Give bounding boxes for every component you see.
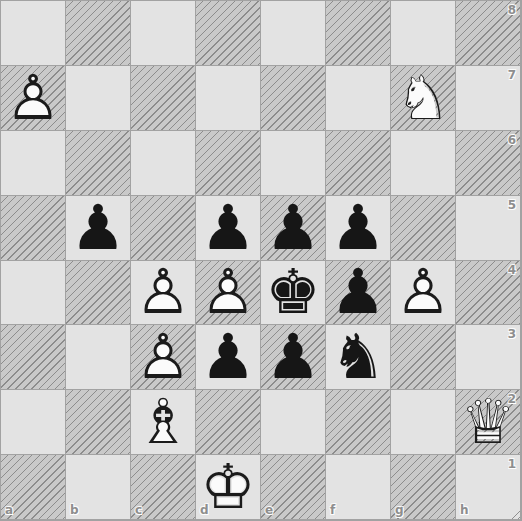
square-d2[interactable] — [196, 390, 261, 455]
square-h8[interactable]: 8 — [456, 1, 521, 66]
square-g5[interactable] — [391, 196, 456, 261]
square-e3[interactable]: ♟ — [261, 325, 326, 390]
square-a1[interactable]: a — [1, 455, 66, 520]
black-pawn-piece[interactable]: ♟ — [326, 196, 390, 260]
white-pawn-piece[interactable]: ♟♙ — [131, 325, 195, 389]
square-d4[interactable]: ♟♙ — [196, 261, 261, 326]
square-f3[interactable]: ♞ — [326, 325, 391, 390]
rank-label-7: 7 — [508, 69, 516, 81]
rank-label-6: 6 — [508, 134, 516, 146]
piece-outline: ♙ — [391, 261, 455, 325]
black-pawn-piece[interactable]: ♟ — [66, 196, 130, 260]
square-c6[interactable] — [131, 131, 196, 196]
square-b6[interactable] — [66, 131, 131, 196]
chess-diagram: 8♟♙♞♘76♟♟♟♟5♟♙♟♙♚♟♟♙4♟♙♟♟♞3♝♗♛♕2abc♚♔def… — [0, 0, 522, 521]
square-h7[interactable]: 7 — [456, 66, 521, 131]
file-label-c: c — [135, 504, 142, 516]
square-e2[interactable] — [261, 390, 326, 455]
black-pawn-piece[interactable]: ♟ — [196, 325, 260, 389]
chess-board: 8♟♙♞♘76♟♟♟♟5♟♙♟♙♚♟♟♙4♟♙♟♟♞3♝♗♛♕2abc♚♔def… — [0, 0, 522, 521]
square-h6[interactable]: 6 — [456, 131, 521, 196]
black-pawn-piece[interactable]: ♟ — [326, 261, 390, 325]
file-label-h: h — [460, 504, 469, 516]
square-a2[interactable] — [1, 390, 66, 455]
rank-label-8: 8 — [508, 4, 516, 16]
square-b3[interactable] — [66, 325, 131, 390]
piece-outline: ♙ — [131, 261, 195, 325]
square-b8[interactable] — [66, 1, 131, 66]
square-d1[interactable]: ♚♔d — [196, 455, 261, 520]
square-c5[interactable] — [131, 196, 196, 261]
white-pawn-piece[interactable]: ♟♙ — [196, 261, 260, 325]
square-b1[interactable]: b — [66, 455, 131, 520]
square-g6[interactable] — [391, 131, 456, 196]
square-d7[interactable] — [196, 66, 261, 131]
square-g1[interactable]: g — [391, 455, 456, 520]
square-a8[interactable] — [1, 1, 66, 66]
square-h3[interactable]: 3 — [456, 325, 521, 390]
square-h2[interactable]: ♛♕2 — [456, 390, 521, 455]
square-c1[interactable]: c — [131, 455, 196, 520]
square-b4[interactable] — [66, 261, 131, 326]
file-label-e: e — [265, 504, 273, 516]
square-f2[interactable] — [326, 390, 391, 455]
rank-label-5: 5 — [508, 199, 516, 211]
square-e4[interactable]: ♚ — [261, 261, 326, 326]
black-pawn-piece[interactable]: ♟ — [196, 196, 260, 260]
white-bishop-piece[interactable]: ♝♗ — [131, 390, 195, 454]
rank-label-3: 3 — [508, 328, 516, 340]
piece-outline: ♗ — [131, 390, 195, 454]
square-e7[interactable] — [261, 66, 326, 131]
square-f1[interactable]: f — [326, 455, 391, 520]
square-f4[interactable]: ♟ — [326, 261, 391, 326]
file-label-b: b — [70, 504, 79, 516]
square-a4[interactable] — [1, 261, 66, 326]
black-king-piece[interactable]: ♚ — [261, 261, 325, 325]
square-h1[interactable]: h1 — [456, 455, 521, 520]
file-label-f: f — [330, 504, 335, 516]
square-b2[interactable] — [66, 390, 131, 455]
square-d6[interactable] — [196, 131, 261, 196]
square-e1[interactable]: e — [261, 455, 326, 520]
square-f8[interactable] — [326, 1, 391, 66]
white-knight-piece[interactable]: ♞♘ — [391, 66, 455, 130]
square-h4[interactable]: 4 — [456, 261, 521, 326]
black-pawn-piece[interactable]: ♟ — [261, 196, 325, 260]
piece-outline: ♔ — [196, 455, 260, 519]
white-pawn-piece[interactable]: ♟♙ — [1, 66, 65, 130]
piece-outline: ♕ — [456, 390, 520, 454]
square-f7[interactable] — [326, 66, 391, 131]
white-pawn-piece[interactable]: ♟♙ — [131, 261, 195, 325]
square-e6[interactable] — [261, 131, 326, 196]
piece-outline: ♘ — [391, 66, 455, 130]
file-label-a: a — [5, 504, 13, 516]
square-d5[interactable]: ♟ — [196, 196, 261, 261]
white-king-piece[interactable]: ♚♔ — [196, 455, 260, 519]
piece-outline: ♙ — [196, 261, 260, 325]
piece-outline: ♙ — [1, 66, 65, 130]
square-d8[interactable] — [196, 1, 261, 66]
square-f6[interactable] — [326, 131, 391, 196]
square-g8[interactable] — [391, 1, 456, 66]
square-d3[interactable]: ♟ — [196, 325, 261, 390]
square-b7[interactable] — [66, 66, 131, 131]
square-a6[interactable] — [1, 131, 66, 196]
square-g3[interactable] — [391, 325, 456, 390]
square-c7[interactable] — [131, 66, 196, 131]
square-a5[interactable] — [1, 196, 66, 261]
white-pawn-piece[interactable]: ♟♙ — [391, 261, 455, 325]
square-e8[interactable] — [261, 1, 326, 66]
rank-label-1: 1 — [508, 458, 516, 470]
black-pawn-piece[interactable]: ♟ — [261, 325, 325, 389]
square-g4[interactable]: ♟♙ — [391, 261, 456, 326]
square-g2[interactable] — [391, 390, 456, 455]
square-h5[interactable]: 5 — [456, 196, 521, 261]
black-knight-piece[interactable]: ♞ — [326, 325, 390, 389]
rank-label-4: 4 — [508, 264, 516, 276]
square-a3[interactable] — [1, 325, 66, 390]
square-e5[interactable]: ♟ — [261, 196, 326, 261]
white-queen-piece[interactable]: ♛♕ — [456, 390, 520, 454]
square-a7[interactable]: ♟♙ — [1, 66, 66, 131]
file-label-g: g — [395, 504, 404, 516]
square-c3[interactable]: ♟♙ — [131, 325, 196, 390]
square-c2[interactable]: ♝♗ — [131, 390, 196, 455]
square-f5[interactable]: ♟ — [326, 196, 391, 261]
square-g7[interactable]: ♞♘ — [391, 66, 456, 131]
piece-outline: ♙ — [131, 325, 195, 389]
square-c8[interactable] — [131, 1, 196, 66]
square-b5[interactable]: ♟ — [66, 196, 131, 261]
square-c4[interactable]: ♟♙ — [131, 261, 196, 326]
